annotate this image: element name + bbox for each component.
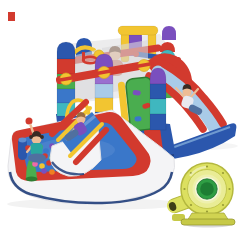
ball xyxy=(39,163,45,169)
product-photo-bounce-house xyxy=(0,0,240,240)
back-right-purple-cap xyxy=(162,26,176,40)
ball xyxy=(49,169,55,175)
red-tag xyxy=(8,12,15,21)
right-block-pillar xyxy=(150,68,166,130)
blower-base-bar xyxy=(181,219,235,225)
thrown-ball xyxy=(26,118,33,125)
ball xyxy=(43,148,49,154)
ball xyxy=(41,168,47,174)
